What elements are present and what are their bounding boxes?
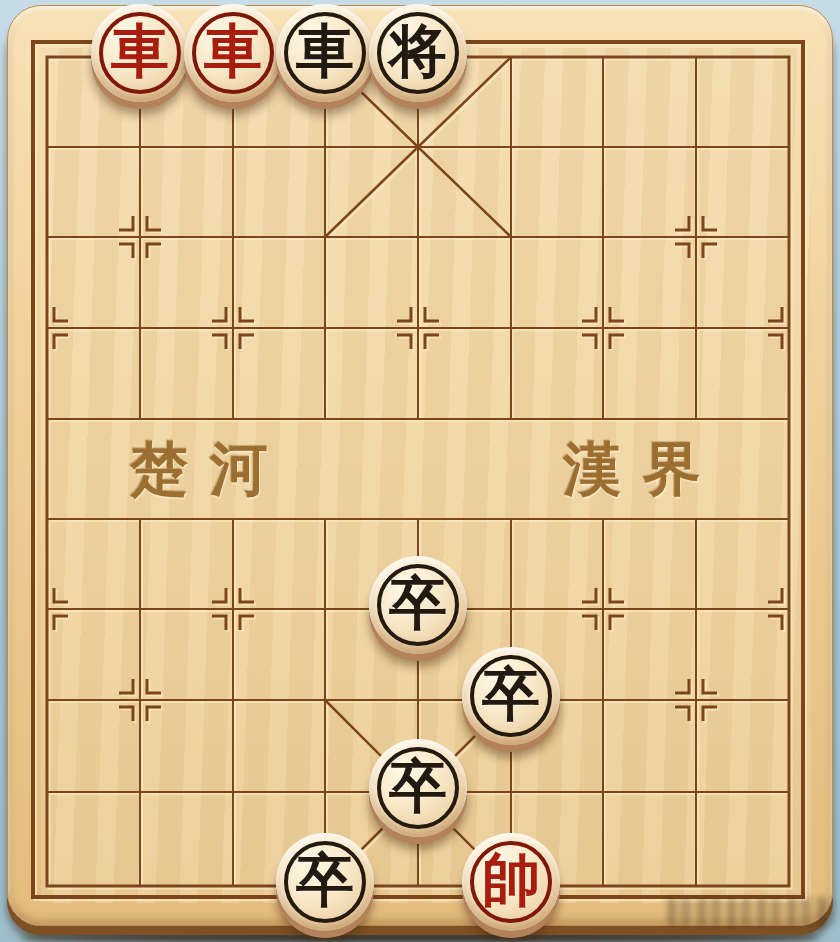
red-chariot[interactable]: 車	[91, 4, 189, 102]
black-soldier[interactable]: 卒	[462, 647, 560, 745]
red-general[interactable]: 帥	[462, 833, 560, 931]
black-soldier[interactable]: 卒	[276, 833, 374, 931]
black-soldier[interactable]: 卒	[369, 556, 467, 654]
red-chariot[interactable]: 車	[184, 4, 282, 102]
piece-character: 車	[111, 22, 169, 85]
piece-character: 車	[296, 22, 354, 85]
black-general[interactable]: 将	[369, 4, 467, 102]
watermark-smudge	[668, 897, 834, 927]
pieces-layer: 車車車将卒卒卒卒帥	[0, 0, 840, 942]
black-soldier[interactable]: 卒	[369, 739, 467, 837]
xiangqi-app: 楚河 漢界 車車車将卒卒卒卒帥	[0, 0, 840, 942]
piece-character: 卒	[482, 665, 540, 728]
piece-character: 帥	[482, 851, 540, 914]
piece-character: 卒	[389, 757, 447, 820]
black-chariot[interactable]: 車	[276, 4, 374, 102]
piece-character: 将	[389, 22, 447, 85]
piece-character: 車	[204, 22, 262, 85]
piece-character: 卒	[389, 574, 447, 637]
piece-character: 卒	[296, 851, 354, 914]
